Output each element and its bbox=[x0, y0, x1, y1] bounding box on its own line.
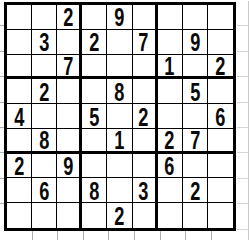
sudoku-cell-r7c5[interactable] bbox=[107, 154, 132, 179]
sudoku-cell-r9c7[interactable] bbox=[158, 203, 183, 228]
sudoku-cell-r3c9[interactable]: 2 bbox=[208, 55, 233, 80]
sudoku-cell-r4c7[interactable] bbox=[158, 79, 183, 104]
given-digit: 3 bbox=[39, 30, 49, 55]
sudoku-cell-r8c7[interactable] bbox=[158, 178, 183, 203]
sudoku-cell-r8c6[interactable]: 3 bbox=[133, 178, 158, 203]
given-digit: 2 bbox=[63, 5, 73, 30]
sudoku-cell-r4c8[interactable]: 5 bbox=[183, 79, 208, 104]
sudoku-cell-r9c3[interactable] bbox=[57, 203, 82, 228]
sudoku-cell-r2c8[interactable]: 9 bbox=[183, 30, 208, 55]
sudoku-cell-r7c7[interactable]: 6 bbox=[158, 154, 183, 179]
sudoku-cell-r7c9[interactable] bbox=[208, 154, 233, 179]
sudoku-cell-r2c5[interactable] bbox=[107, 30, 132, 55]
given-digit: 7 bbox=[190, 129, 200, 153]
sudoku-cell-r8c9[interactable] bbox=[208, 178, 233, 203]
sudoku-board: 2932797122854526812729668322 bbox=[4, 2, 236, 231]
sudoku-cell-r6c1[interactable] bbox=[7, 129, 32, 154]
sudoku-cell-r9c8[interactable] bbox=[183, 203, 208, 228]
sudoku-cell-r6c4[interactable] bbox=[82, 129, 107, 154]
sudoku-cell-r1c2[interactable] bbox=[32, 5, 57, 30]
sudoku-cell-r5c4[interactable]: 5 bbox=[82, 104, 107, 129]
sudoku-cell-r6c8[interactable]: 7 bbox=[183, 129, 208, 154]
given-digit: 1 bbox=[114, 129, 124, 153]
given-digit: 3 bbox=[139, 178, 149, 203]
sudoku-cell-r2c4[interactable]: 2 bbox=[82, 30, 107, 55]
sudoku-cell-r8c3[interactable] bbox=[57, 178, 82, 203]
sudoku-cell-r1c9[interactable] bbox=[208, 5, 233, 30]
sudoku-cell-r1c5[interactable]: 9 bbox=[107, 5, 132, 30]
sudoku-cell-r6c2[interactable]: 8 bbox=[32, 129, 57, 154]
given-digit: 8 bbox=[39, 129, 49, 153]
sudoku-cell-r8c1[interactable] bbox=[7, 178, 32, 203]
sudoku-cell-r6c6[interactable] bbox=[133, 129, 158, 154]
sudoku-cell-r2c2[interactable]: 3 bbox=[32, 30, 57, 55]
sudoku-cell-r3c6[interactable] bbox=[133, 55, 158, 80]
given-digit: 2 bbox=[89, 30, 99, 55]
sudoku-cell-r7c4[interactable] bbox=[82, 154, 107, 179]
sudoku-cell-r4c2[interactable]: 2 bbox=[32, 79, 57, 104]
sudoku-cell-r6c9[interactable] bbox=[208, 129, 233, 154]
sudoku-cell-r5c3[interactable] bbox=[57, 104, 82, 129]
given-digit: 2 bbox=[114, 203, 124, 228]
given-digit: 8 bbox=[89, 178, 99, 203]
sudoku-cell-r6c3[interactable] bbox=[57, 129, 82, 154]
given-digit: 1 bbox=[165, 55, 175, 79]
sudoku-cell-r9c1[interactable] bbox=[7, 203, 32, 228]
sudoku-cell-r3c4[interactable] bbox=[82, 55, 107, 80]
given-digit: 7 bbox=[139, 30, 149, 55]
sudoku-cell-r7c2[interactable] bbox=[32, 154, 57, 179]
sudoku-cell-r3c1[interactable] bbox=[7, 55, 32, 80]
sudoku-cell-r5c9[interactable]: 6 bbox=[208, 104, 233, 129]
sudoku-cell-r7c3[interactable]: 9 bbox=[57, 154, 82, 179]
sudoku-cell-r8c2[interactable]: 6 bbox=[32, 178, 57, 203]
sudoku-cell-r5c2[interactable] bbox=[32, 104, 57, 129]
sudoku-cell-r7c8[interactable] bbox=[183, 154, 208, 179]
sudoku-cell-r4c3[interactable] bbox=[57, 79, 82, 104]
given-digit: 8 bbox=[114, 79, 124, 104]
sudoku-cell-r1c7[interactable] bbox=[158, 5, 183, 30]
sudoku-cell-r2c9[interactable] bbox=[208, 30, 233, 55]
sudoku-cell-r1c4[interactable] bbox=[82, 5, 107, 30]
given-digit: 2 bbox=[39, 79, 49, 104]
sudoku-cell-r2c7[interactable] bbox=[158, 30, 183, 55]
sudoku-cell-r1c8[interactable] bbox=[183, 5, 208, 30]
margin-gridlines-right bbox=[237, 1, 249, 240]
sudoku-cell-r1c6[interactable] bbox=[133, 5, 158, 30]
sudoku-cell-r9c4[interactable] bbox=[82, 203, 107, 228]
sudoku-cell-r7c6[interactable] bbox=[133, 154, 158, 179]
sudoku-cell-r1c3[interactable]: 2 bbox=[57, 5, 82, 30]
sudoku-cell-r2c6[interactable]: 7 bbox=[133, 30, 158, 55]
sudoku-cell-r5c7[interactable] bbox=[158, 104, 183, 129]
given-digit: 9 bbox=[114, 5, 124, 30]
sudoku-cell-r1c1[interactable] bbox=[7, 5, 32, 30]
margin-gridlines-bottom bbox=[7, 231, 236, 240]
sudoku-cell-r8c4[interactable]: 8 bbox=[82, 178, 107, 203]
given-digit: 2 bbox=[165, 129, 175, 153]
given-digit: 4 bbox=[14, 104, 24, 129]
sudoku-cell-r4c9[interactable] bbox=[208, 79, 233, 104]
sudoku-cell-r5c8[interactable] bbox=[183, 104, 208, 129]
sudoku-cell-r6c7[interactable]: 2 bbox=[158, 129, 183, 154]
given-digit: 2 bbox=[139, 104, 149, 129]
sudoku-cell-r8c8[interactable]: 2 bbox=[183, 178, 208, 203]
sudoku-cell-r8c5[interactable] bbox=[107, 178, 132, 203]
sudoku-cell-r3c2[interactable] bbox=[32, 55, 57, 80]
given-digit: 7 bbox=[63, 55, 73, 79]
sudoku-cell-r9c6[interactable] bbox=[133, 203, 158, 228]
sudoku-cell-r9c5[interactable]: 2 bbox=[107, 203, 132, 228]
given-digit: 2 bbox=[190, 178, 200, 203]
sudoku-cell-r3c3[interactable]: 7 bbox=[57, 55, 82, 80]
given-digit: 5 bbox=[190, 79, 200, 104]
sudoku-cell-r9c2[interactable] bbox=[32, 203, 57, 228]
given-digit: 9 bbox=[63, 154, 73, 179]
given-digit: 2 bbox=[14, 154, 24, 179]
sudoku-cell-r3c8[interactable] bbox=[183, 55, 208, 80]
sudoku-cell-r2c1[interactable] bbox=[7, 30, 32, 55]
sudoku-cell-r4c1[interactable] bbox=[7, 79, 32, 104]
given-digit: 5 bbox=[89, 104, 99, 129]
sudoku-cell-r5c1[interactable]: 4 bbox=[7, 104, 32, 129]
given-digit: 6 bbox=[165, 154, 175, 179]
sudoku-cell-r5c6[interactable]: 2 bbox=[133, 104, 158, 129]
given-digit: 9 bbox=[190, 30, 200, 55]
sudoku-cell-r5c5[interactable] bbox=[107, 104, 132, 129]
sudoku-cell-r2c3[interactable] bbox=[57, 30, 82, 55]
sudoku-cell-r6c5[interactable]: 1 bbox=[107, 129, 132, 154]
given-digit: 2 bbox=[215, 55, 225, 79]
sudoku-cell-r3c5[interactable] bbox=[107, 55, 132, 80]
sudoku-cell-r4c6[interactable] bbox=[133, 79, 158, 104]
sudoku-cell-r9c9[interactable] bbox=[208, 203, 233, 228]
sudoku-cell-r7c1[interactable]: 2 bbox=[7, 154, 32, 179]
sudoku-screenshot: 2932797122854526812729668322 bbox=[0, 0, 249, 240]
sudoku-cell-r3c7[interactable]: 1 bbox=[158, 55, 183, 80]
sudoku-cell-r4c4[interactable] bbox=[82, 79, 107, 104]
sudoku-cell-r4c5[interactable]: 8 bbox=[107, 79, 132, 104]
given-digit: 6 bbox=[39, 178, 49, 203]
given-digit: 6 bbox=[215, 104, 225, 129]
